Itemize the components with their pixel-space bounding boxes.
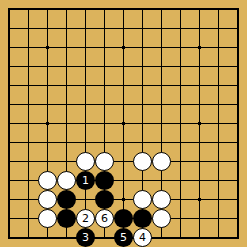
stone-white bbox=[76, 152, 95, 171]
move-number: 2 bbox=[82, 213, 89, 224]
move-number: 4 bbox=[139, 232, 146, 243]
stone-white-move-2: 2 bbox=[76, 209, 95, 228]
go-diagram: 126354 bbox=[0, 0, 247, 247]
move-number: 3 bbox=[82, 232, 89, 243]
stone-black-move-1: 1 bbox=[76, 171, 95, 190]
stone-white-move-6: 6 bbox=[95, 209, 114, 228]
stone-white bbox=[133, 152, 152, 171]
stone-white bbox=[57, 171, 76, 190]
go-board: 126354 bbox=[0, 0, 247, 247]
stone-black bbox=[95, 190, 114, 209]
stone-white bbox=[152, 190, 171, 209]
stone-black bbox=[95, 171, 114, 190]
stone-white bbox=[38, 209, 57, 228]
stone-white bbox=[152, 152, 171, 171]
move-number: 1 bbox=[82, 175, 89, 186]
move-number: 6 bbox=[101, 213, 108, 224]
stone-black-move-3: 3 bbox=[76, 228, 95, 247]
stone-black bbox=[57, 209, 76, 228]
stone-white-move-4: 4 bbox=[133, 228, 152, 247]
stone-white bbox=[38, 190, 57, 209]
stone-black bbox=[57, 190, 76, 209]
stone-white bbox=[152, 209, 171, 228]
move-number: 5 bbox=[120, 232, 127, 243]
stone-white bbox=[38, 171, 57, 190]
stone-black-move-5: 5 bbox=[114, 228, 133, 247]
stone-white bbox=[133, 190, 152, 209]
stone-white bbox=[95, 152, 114, 171]
stone-black bbox=[114, 209, 133, 228]
stone-black bbox=[133, 209, 152, 228]
